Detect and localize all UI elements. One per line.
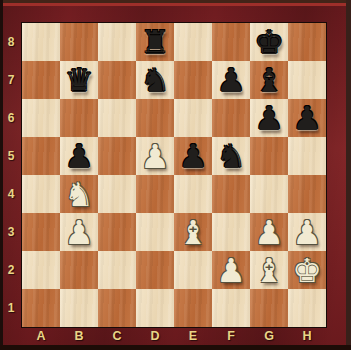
square-g6[interactable]: ♟: [250, 99, 288, 137]
rank-label-1: 1: [0, 289, 22, 327]
square-b5[interactable]: ♟: [60, 137, 98, 175]
square-c5[interactable]: [98, 137, 136, 175]
square-h7[interactable]: [288, 61, 326, 99]
chess-board: ♜♚♛♞♟♝♟♟♟♟♟♞♞♟♝♟♟♟♝♚: [22, 23, 326, 327]
rank-label-6: 6: [0, 99, 22, 137]
rank-label-2: 2: [0, 251, 22, 289]
black-knight[interactable]: ♞: [136, 61, 174, 99]
black-bishop[interactable]: ♝: [250, 61, 288, 99]
square-f4[interactable]: [212, 175, 250, 213]
file-label-g: G: [250, 328, 288, 346]
square-h6[interactable]: ♟: [288, 99, 326, 137]
file-label-f: F: [212, 328, 250, 346]
square-b2[interactable]: [60, 251, 98, 289]
square-f1[interactable]: [212, 289, 250, 327]
square-g1[interactable]: [250, 289, 288, 327]
square-g3[interactable]: ♟: [250, 213, 288, 251]
square-c6[interactable]: [98, 99, 136, 137]
black-pawn[interactable]: ♟: [288, 99, 326, 137]
square-g4[interactable]: [250, 175, 288, 213]
square-d5[interactable]: ♟: [136, 137, 174, 175]
rank-label-4: 4: [0, 175, 22, 213]
square-e8[interactable]: [174, 23, 212, 61]
square-b1[interactable]: [60, 289, 98, 327]
square-b8[interactable]: [60, 23, 98, 61]
black-knight[interactable]: ♞: [212, 137, 250, 175]
square-d4[interactable]: [136, 175, 174, 213]
square-a2[interactable]: [22, 251, 60, 289]
square-b7[interactable]: ♛: [60, 61, 98, 99]
square-b6[interactable]: [60, 99, 98, 137]
square-h8[interactable]: [288, 23, 326, 61]
square-h4[interactable]: [288, 175, 326, 213]
square-a7[interactable]: [22, 61, 60, 99]
square-g2[interactable]: ♝: [250, 251, 288, 289]
square-h1[interactable]: [288, 289, 326, 327]
square-e5[interactable]: ♟: [174, 137, 212, 175]
square-c7[interactable]: [98, 61, 136, 99]
square-e2[interactable]: [174, 251, 212, 289]
white-bishop[interactable]: ♝: [174, 213, 212, 251]
square-c8[interactable]: [98, 23, 136, 61]
square-a3[interactable]: [22, 213, 60, 251]
square-f5[interactable]: ♞: [212, 137, 250, 175]
white-bishop[interactable]: ♝: [250, 251, 288, 289]
square-e6[interactable]: [174, 99, 212, 137]
black-pawn[interactable]: ♟: [60, 137, 98, 175]
file-label-h: H: [288, 328, 326, 346]
rank-label-3: 3: [0, 213, 22, 251]
square-d8[interactable]: ♜: [136, 23, 174, 61]
square-d2[interactable]: [136, 251, 174, 289]
square-d3[interactable]: [136, 213, 174, 251]
square-a8[interactable]: [22, 23, 60, 61]
square-e3[interactable]: ♝: [174, 213, 212, 251]
square-a1[interactable]: [22, 289, 60, 327]
file-label-c: C: [98, 328, 136, 346]
square-g7[interactable]: ♝: [250, 61, 288, 99]
square-h3[interactable]: ♟: [288, 213, 326, 251]
file-label-d: D: [136, 328, 174, 346]
white-knight[interactable]: ♞: [60, 175, 98, 213]
frame-edge-highlight: [3, 3, 347, 6]
black-king[interactable]: ♚: [250, 23, 288, 61]
black-pawn[interactable]: ♟: [212, 61, 250, 99]
square-a5[interactable]: [22, 137, 60, 175]
file-label-a: A: [22, 328, 60, 346]
square-h2[interactable]: ♚: [288, 251, 326, 289]
square-f7[interactable]: ♟: [212, 61, 250, 99]
square-d1[interactable]: [136, 289, 174, 327]
black-pawn[interactable]: ♟: [250, 99, 288, 137]
rank-label-8: 8: [0, 23, 22, 61]
square-c1[interactable]: [98, 289, 136, 327]
square-f6[interactable]: [212, 99, 250, 137]
white-pawn[interactable]: ♟: [250, 213, 288, 251]
file-labels: ABCDEFGH: [22, 328, 326, 346]
square-g8[interactable]: ♚: [250, 23, 288, 61]
white-pawn[interactable]: ♟: [136, 137, 174, 175]
black-rook[interactable]: ♜: [136, 23, 174, 61]
white-pawn[interactable]: ♟: [288, 213, 326, 251]
rank-labels: 87654321: [0, 23, 22, 327]
frame-edge-right: [346, 0, 351, 350]
square-c4[interactable]: [98, 175, 136, 213]
square-f8[interactable]: [212, 23, 250, 61]
square-h5[interactable]: [288, 137, 326, 175]
square-e7[interactable]: [174, 61, 212, 99]
file-label-b: B: [60, 328, 98, 346]
white-pawn[interactable]: ♟: [212, 251, 250, 289]
square-a4[interactable]: [22, 175, 60, 213]
square-e1[interactable]: [174, 289, 212, 327]
square-d7[interactable]: ♞: [136, 61, 174, 99]
black-queen[interactable]: ♛: [60, 61, 98, 99]
square-g5[interactable]: [250, 137, 288, 175]
square-b3[interactable]: ♟: [60, 213, 98, 251]
square-e4[interactable]: [174, 175, 212, 213]
square-c2[interactable]: [98, 251, 136, 289]
white-king[interactable]: ♚: [288, 251, 326, 289]
rank-label-5: 5: [0, 137, 22, 175]
square-c3[interactable]: [98, 213, 136, 251]
black-pawn[interactable]: ♟: [174, 137, 212, 175]
file-label-e: E: [174, 328, 212, 346]
square-b4[interactable]: ♞: [60, 175, 98, 213]
white-pawn[interactable]: ♟: [60, 213, 98, 251]
rank-label-7: 7: [0, 61, 22, 99]
board-frame: 87654321 ♜♚♛♞♟♝♟♟♟♟♟♞♞♟♝♟♟♟♝♚ ABCDEFGH: [0, 0, 351, 350]
square-a6[interactable]: [22, 99, 60, 137]
square-d6[interactable]: [136, 99, 174, 137]
square-f2[interactable]: ♟: [212, 251, 250, 289]
square-f3[interactable]: [212, 213, 250, 251]
